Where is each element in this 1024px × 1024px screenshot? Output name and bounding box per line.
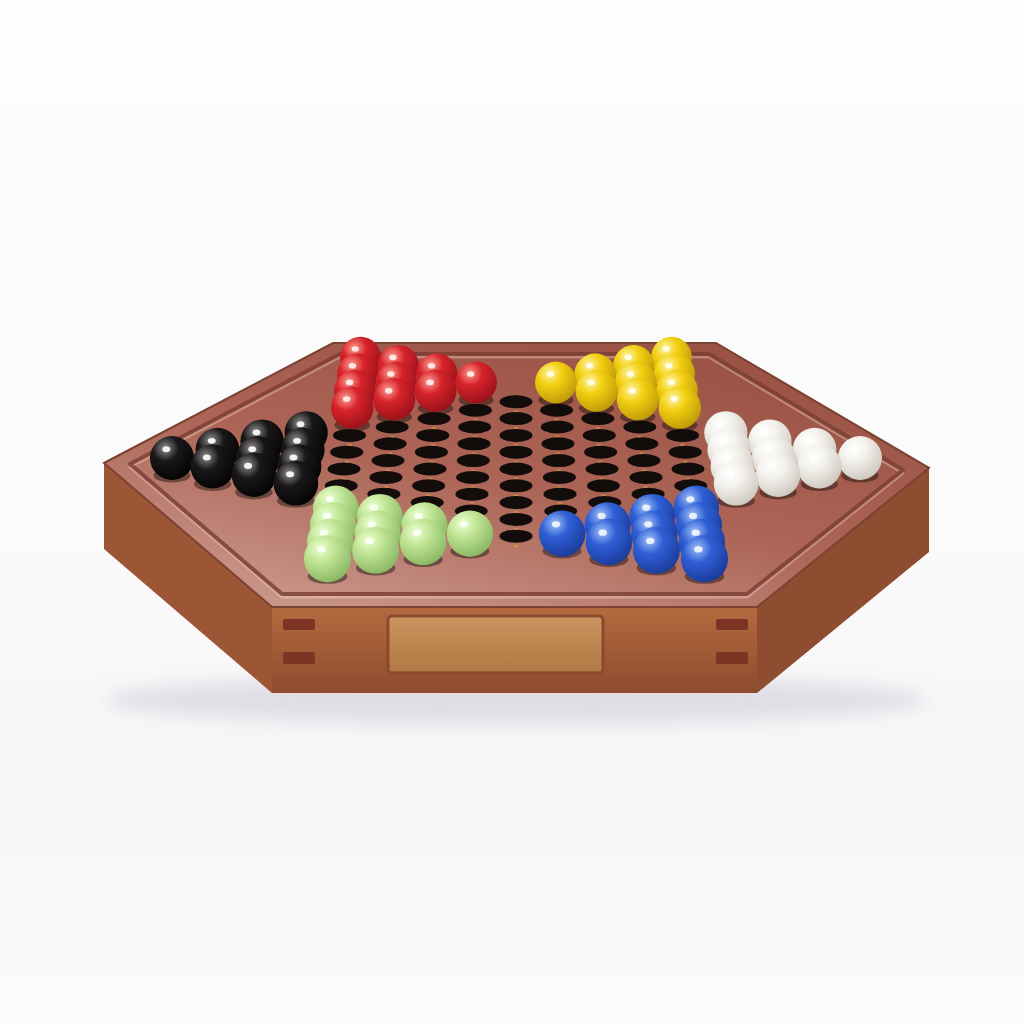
marble-black[interactable] (232, 453, 277, 500)
marble-sphere (714, 461, 759, 506)
hole (412, 479, 445, 492)
marble-green[interactable] (400, 519, 447, 567)
marble-black[interactable] (273, 461, 318, 508)
hole (583, 429, 616, 442)
hole (456, 471, 489, 484)
marble-glint (385, 388, 393, 394)
hole (500, 446, 533, 459)
marble-green[interactable] (352, 527, 399, 575)
finger-joint-mark (716, 619, 748, 630)
marble-red[interactable] (373, 378, 415, 423)
hole (544, 488, 577, 501)
marble-sphere (576, 370, 618, 412)
marble-sphere (273, 461, 318, 506)
marble-sphere (659, 386, 701, 428)
hole (630, 471, 663, 484)
hole (669, 446, 702, 459)
marble-sphere (681, 535, 728, 582)
marble-glint (413, 530, 421, 536)
marble-glint (290, 455, 298, 461)
marble-red[interactable] (455, 362, 497, 407)
marble-glint (810, 455, 818, 461)
marble-sphere (400, 519, 447, 566)
marble-sphere (415, 370, 457, 412)
marble-yellow[interactable] (535, 362, 577, 407)
marble-sphere (232, 453, 277, 498)
marble-blue[interactable] (633, 527, 680, 575)
marble-sphere (352, 527, 399, 574)
marble-glint (547, 371, 554, 377)
marble-sphere (190, 444, 234, 488)
marble-glint (629, 388, 637, 394)
marble-sphere (331, 386, 373, 428)
hole (500, 479, 533, 492)
hole (625, 437, 658, 450)
marble-sphere (455, 362, 497, 404)
hole (457, 454, 490, 467)
marble-glint (665, 363, 672, 369)
marble-glint (768, 463, 776, 469)
hole (584, 446, 617, 459)
marble-glint (599, 530, 607, 536)
marble-glint (552, 521, 560, 527)
hole (500, 530, 533, 543)
hole (458, 437, 491, 450)
hole (328, 463, 361, 476)
hole (500, 395, 533, 408)
finger-joint-mark (716, 652, 748, 664)
marble-sphere (150, 436, 194, 480)
marble-glint (644, 521, 652, 527)
marble-sphere (797, 444, 841, 488)
marble-glint (426, 380, 434, 386)
marble-yellow[interactable] (659, 386, 701, 431)
marble-glint (716, 421, 724, 427)
marble-glint (597, 513, 605, 519)
marble-sphere (756, 453, 801, 498)
marble-blue[interactable] (586, 519, 633, 567)
marble-glint (764, 446, 772, 452)
marble-glint (686, 496, 694, 502)
marble-glint (343, 396, 351, 402)
marble-glint (625, 355, 632, 361)
marble-glint (389, 355, 396, 361)
hole (414, 463, 447, 476)
marble-glint (297, 421, 305, 427)
marble-red[interactable] (415, 370, 457, 415)
marble-glint (805, 438, 813, 444)
marble-glint (349, 363, 356, 369)
marble-glint (323, 513, 331, 519)
marble-green[interactable] (304, 535, 351, 584)
marble-sphere (447, 510, 493, 556)
hole-speckle (513, 545, 518, 548)
marble-yellow[interactable] (617, 378, 659, 423)
marble-glint (627, 371, 634, 377)
marble-sphere (535, 362, 577, 404)
marble-glint (293, 438, 301, 444)
hole (627, 454, 660, 467)
marble-yellow[interactable] (576, 370, 618, 415)
marble-glint (760, 430, 768, 436)
hole (330, 446, 363, 459)
marble-glint (320, 530, 328, 536)
marble-glint (689, 513, 697, 519)
finger-joint-mark (283, 652, 315, 664)
marble-glint (694, 546, 702, 552)
marble-glint (850, 446, 858, 452)
marble-glint (326, 496, 334, 502)
hole (500, 496, 533, 509)
marble-glint (587, 380, 595, 386)
marble-sphere (586, 519, 633, 566)
marble-glint (253, 430, 261, 436)
marble-glint (726, 471, 734, 477)
marble-glint (414, 513, 422, 519)
hole (500, 463, 533, 476)
hole (542, 454, 575, 467)
marble-glint (368, 521, 376, 527)
hole (455, 488, 488, 501)
marble-blue[interactable] (681, 535, 728, 584)
marble-white[interactable] (756, 453, 801, 500)
marble-glint (203, 455, 211, 461)
marble-sphere (304, 535, 351, 582)
marble-red[interactable] (331, 386, 373, 431)
marble-glint (346, 380, 354, 386)
marble-glint (670, 396, 678, 402)
marble-glint (668, 380, 676, 386)
marble-glint (365, 538, 373, 544)
marble-glint (248, 446, 256, 452)
marble-white[interactable] (797, 444, 841, 491)
marble-blue[interactable] (539, 510, 585, 558)
hole (541, 421, 574, 434)
hole (500, 429, 533, 442)
marble-glint (646, 538, 654, 544)
marble-glint (370, 505, 378, 511)
hole (500, 513, 533, 526)
hole (500, 412, 533, 425)
hole (541, 437, 574, 450)
marble-white[interactable] (838, 436, 882, 483)
marble-glint (208, 438, 216, 444)
finger-joint-mark (283, 619, 315, 630)
marble-glint (663, 346, 670, 352)
marble-sphere (373, 378, 415, 420)
hole (415, 446, 448, 459)
marble-glint (428, 363, 435, 369)
marble-glint (642, 505, 650, 511)
marble-glint (691, 530, 699, 536)
marble-glint (317, 546, 325, 552)
marble-black[interactable] (190, 444, 234, 491)
marble-glint (720, 438, 728, 444)
marble-glint (460, 521, 468, 527)
hole (458, 421, 491, 434)
chinese-checkers-board (0, 0, 1024, 1024)
product-photo-scene (0, 0, 1024, 1024)
marble-glint (586, 363, 593, 369)
hole (587, 479, 620, 492)
marble-glint (286, 471, 294, 477)
marble-sphere (539, 510, 585, 556)
marble-glint (244, 463, 252, 469)
marble-glint (723, 455, 731, 461)
marble-green[interactable] (447, 510, 493, 558)
hole (369, 471, 402, 484)
hole (586, 463, 619, 476)
hole (543, 471, 576, 484)
marble-sphere (633, 527, 680, 574)
hole (374, 437, 407, 450)
marble-glint (387, 371, 394, 377)
hole (416, 429, 449, 442)
drawer-front[interactable] (388, 616, 603, 673)
marble-glint (467, 371, 474, 377)
marble-white[interactable] (714, 461, 759, 508)
marble-glint (162, 446, 170, 452)
hole (372, 454, 405, 467)
marble-sphere (617, 378, 659, 420)
marble-glint (352, 346, 359, 352)
marble-sphere (838, 436, 882, 480)
hole (672, 463, 705, 476)
marble-black[interactable] (150, 436, 194, 483)
